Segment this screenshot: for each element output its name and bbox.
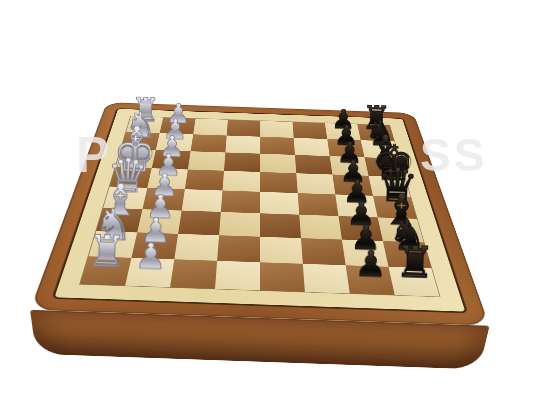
product-photo: ♜♞♝♚♛♝♞♜♟♟♟♟♟♟♟♟♟♟♟♟♟♟♟♟♜♞♝♚♛♝♞♜ P SS <box>0 0 533 400</box>
black-rook: ♜ <box>392 240 438 285</box>
piece-anchor: ♟ <box>128 273 172 275</box>
piece-anchor: ♟ <box>348 281 392 283</box>
chess-box: ♜♞♝♚♛♝♞♜♟♟♟♟♟♟♟♟♟♟♟♟♟♟♟♟♜♞♝♚♛♝♞♜ <box>30 310 490 326</box>
photo-tilt-wrapper: ♜♞♝♚♛♝♞♜♟♟♟♟♟♟♟♟♟♟♟♟♟♟♟♟♜♞♝♚♛♝♞♜ <box>0 0 533 400</box>
white-pawn: ♟ <box>128 238 173 275</box>
piece-anchor: ♜ <box>84 272 128 274</box>
box-top-plane: ♜♞♝♚♛♝♞♜♟♟♟♟♟♟♟♟♟♟♟♟♟♟♟♟♜♞♝♚♛♝♞♜ <box>30 102 490 326</box>
white-rook: ♜ <box>84 229 130 274</box>
black-pawn: ♟ <box>348 246 393 283</box>
perspective-stage: ♜♞♝♚♛♝♞♜♟♟♟♟♟♟♟♟♟♟♟♟♟♟♟♟♜♞♝♚♛♝♞♜ <box>0 0 533 400</box>
piece-anchor: ♜ <box>392 283 436 285</box>
